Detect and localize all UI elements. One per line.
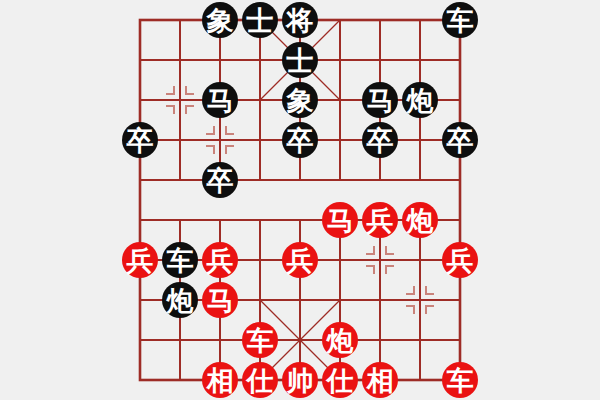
board-intersections[interactable]: 象士将车士马象马炮卒卒卒卒卒马兵炮兵车兵兵兵炮马车炮相仕帅仕相车 [120,0,480,400]
piece-black-soldier[interactable]: 卒 [442,122,478,158]
piece-red-soldier[interactable]: 兵 [202,242,238,278]
piece-red-cannon[interactable]: 炮 [402,202,438,238]
piece-black-advisor[interactable]: 士 [282,42,318,78]
piece-red-soldier[interactable]: 兵 [442,242,478,278]
piece-red-soldier[interactable]: 兵 [122,242,158,278]
piece-black-general[interactable]: 将 [282,2,318,38]
piece-black-cannon[interactable]: 炮 [162,282,198,318]
piece-black-soldier[interactable]: 卒 [282,122,318,158]
piece-black-soldier[interactable]: 卒 [202,162,238,198]
piece-black-horse[interactable]: 马 [362,82,398,118]
piece-black-chariot[interactable]: 车 [162,242,198,278]
piece-black-soldier[interactable]: 卒 [362,122,398,158]
piece-red-general[interactable]: 帅 [282,362,318,398]
piece-black-advisor[interactable]: 士 [242,2,278,38]
xiangqi-board-screen: 象士将车士马象马炮卒卒卒卒卒马兵炮兵车兵兵兵炮马车炮相仕帅仕相车 [0,0,600,400]
piece-black-elephant[interactable]: 象 [282,82,318,118]
piece-red-soldier[interactable]: 兵 [282,242,318,278]
piece-red-advisor[interactable]: 仕 [322,362,358,398]
piece-red-chariot[interactable]: 车 [442,362,478,398]
piece-red-horse[interactable]: 马 [322,202,358,238]
piece-red-cannon[interactable]: 炮 [322,322,358,358]
piece-black-cannon[interactable]: 炮 [402,82,438,118]
piece-black-elephant[interactable]: 象 [202,2,238,38]
piece-black-soldier[interactable]: 卒 [122,122,158,158]
piece-black-horse[interactable]: 马 [202,82,238,118]
piece-red-elephant[interactable]: 相 [362,362,398,398]
piece-black-chariot[interactable]: 车 [442,2,478,38]
piece-red-elephant[interactable]: 相 [202,362,238,398]
piece-red-chariot[interactable]: 车 [242,322,278,358]
piece-red-advisor[interactable]: 仕 [242,362,278,398]
piece-red-soldier[interactable]: 兵 [362,202,398,238]
piece-red-horse[interactable]: 马 [202,282,238,318]
